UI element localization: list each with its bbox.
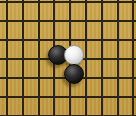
grid-line-horizontal xyxy=(0,20,136,22)
black-stone[interactable] xyxy=(64,64,84,84)
grid-line-horizontal xyxy=(0,115,136,116)
grid-line-horizontal xyxy=(0,96,136,98)
go-board[interactable] xyxy=(0,0,136,116)
white-stone[interactable] xyxy=(64,45,84,65)
grid-line-horizontal xyxy=(0,39,136,41)
grid-line-horizontal xyxy=(0,1,136,3)
